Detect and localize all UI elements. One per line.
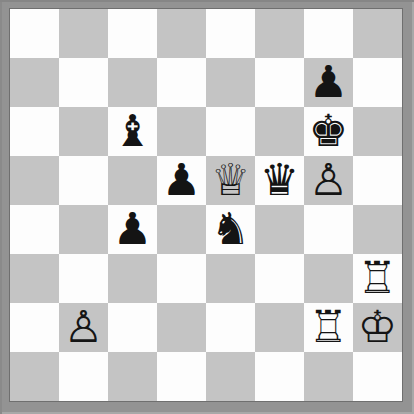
piece-black-pawn: ♟ (113, 205, 152, 253)
square-e2[interactable] (206, 303, 255, 352)
square-c5[interactable] (108, 156, 157, 205)
square-h3[interactable]: ♖ (353, 254, 402, 303)
square-f5[interactable]: ♛ (255, 156, 304, 205)
square-e3[interactable] (206, 254, 255, 303)
square-h4[interactable] (353, 205, 402, 254)
piece-white-rook: ♖ (358, 254, 397, 302)
square-h1[interactable] (353, 352, 402, 401)
square-c3[interactable] (108, 254, 157, 303)
square-b2[interactable]: ♙ (59, 303, 108, 352)
square-e5[interactable]: ♕ (206, 156, 255, 205)
square-b4[interactable] (59, 205, 108, 254)
square-c8[interactable] (108, 9, 157, 58)
square-e4[interactable]: ♞ (206, 205, 255, 254)
square-g5[interactable]: ♙ (304, 156, 353, 205)
piece-white-king: ♔ (358, 303, 397, 351)
square-d1[interactable] (157, 352, 206, 401)
square-a5[interactable] (10, 156, 59, 205)
square-h8[interactable] (353, 9, 402, 58)
square-a6[interactable] (10, 107, 59, 156)
square-h7[interactable] (353, 58, 402, 107)
piece-white-pawn: ♙ (309, 156, 348, 204)
square-d2[interactable] (157, 303, 206, 352)
square-b3[interactable] (59, 254, 108, 303)
square-g2[interactable]: ♖ (304, 303, 353, 352)
piece-white-pawn: ♙ (64, 303, 103, 351)
square-b7[interactable] (59, 58, 108, 107)
piece-black-bishop: ♝ (113, 107, 152, 155)
square-a8[interactable] (10, 9, 59, 58)
square-d3[interactable] (157, 254, 206, 303)
piece-black-queen: ♛ (260, 156, 299, 204)
piece-black-pawn: ♟ (309, 58, 348, 106)
square-g4[interactable] (304, 205, 353, 254)
square-f6[interactable] (255, 107, 304, 156)
piece-white-queen: ♕ (211, 156, 250, 204)
square-e6[interactable] (206, 107, 255, 156)
square-f7[interactable] (255, 58, 304, 107)
square-b5[interactable] (59, 156, 108, 205)
piece-black-king: ♚ (309, 107, 348, 155)
piece-black-pawn: ♟ (162, 156, 201, 204)
square-f8[interactable] (255, 9, 304, 58)
square-c4[interactable]: ♟ (108, 205, 157, 254)
square-g6[interactable]: ♚ (304, 107, 353, 156)
square-h2[interactable]: ♔ (353, 303, 402, 352)
square-c7[interactable] (108, 58, 157, 107)
square-f4[interactable] (255, 205, 304, 254)
piece-black-knight: ♞ (211, 205, 250, 253)
square-d7[interactable] (157, 58, 206, 107)
chess-diagram: ♟♝♚♟♕♛♙♟♞♖♙♖♔ (0, 0, 414, 414)
square-a2[interactable] (10, 303, 59, 352)
square-a1[interactable] (10, 352, 59, 401)
square-b8[interactable] (59, 9, 108, 58)
square-f2[interactable] (255, 303, 304, 352)
square-g1[interactable] (304, 352, 353, 401)
square-g7[interactable]: ♟ (304, 58, 353, 107)
square-h6[interactable] (353, 107, 402, 156)
chess-board: ♟♝♚♟♕♛♙♟♞♖♙♖♔ (10, 9, 402, 401)
square-f3[interactable] (255, 254, 304, 303)
square-c1[interactable] (108, 352, 157, 401)
square-a3[interactable] (10, 254, 59, 303)
square-d6[interactable] (157, 107, 206, 156)
square-f1[interactable] (255, 352, 304, 401)
square-a4[interactable] (10, 205, 59, 254)
square-b1[interactable] (59, 352, 108, 401)
square-e1[interactable] (206, 352, 255, 401)
square-c2[interactable] (108, 303, 157, 352)
square-d5[interactable]: ♟ (157, 156, 206, 205)
square-h5[interactable] (353, 156, 402, 205)
square-c6[interactable]: ♝ (108, 107, 157, 156)
piece-white-rook: ♖ (309, 303, 348, 351)
square-e8[interactable] (206, 9, 255, 58)
square-d4[interactable] (157, 205, 206, 254)
square-d8[interactable] (157, 9, 206, 58)
square-e7[interactable] (206, 58, 255, 107)
square-a7[interactable] (10, 58, 59, 107)
square-b6[interactable] (59, 107, 108, 156)
square-g8[interactable] (304, 9, 353, 58)
square-g3[interactable] (304, 254, 353, 303)
